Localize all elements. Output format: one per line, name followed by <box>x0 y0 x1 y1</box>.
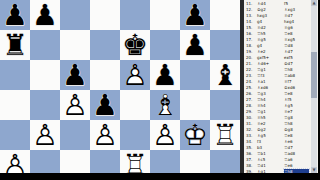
black-pawn-icon: ♟ <box>60 60 90 90</box>
square-c4[interactable]: ♟♙ <box>60 90 90 120</box>
square-h3[interactable]: ♜♖ <box>210 120 240 150</box>
square-f6[interactable] <box>150 30 180 60</box>
square-g7[interactable]: ♟ <box>180 0 210 30</box>
piece-body: ♜ <box>0 30 30 60</box>
black-king-icon: ♚ <box>120 30 150 60</box>
square-h6[interactable] <box>210 30 240 60</box>
square-g6[interactable]: ♟ <box>180 30 210 60</box>
black-pawn-icon: ♟ <box>0 0 30 30</box>
black-pawn-icon: ♟ <box>180 0 210 30</box>
square-f2[interactable] <box>150 150 180 173</box>
square-c6[interactable] <box>60 30 90 60</box>
move-list-scrollbar[interactable]: ▲ ▼ <box>311 0 317 173</box>
white-pawn-icon: ♟♙ <box>120 60 150 90</box>
square-h2[interactable] <box>210 150 240 173</box>
square-e6[interactable]: ♚ <box>120 30 150 60</box>
square-e7[interactable] <box>120 0 150 30</box>
black-pawn-icon: ♟ <box>150 60 180 90</box>
square-e3[interactable] <box>120 120 150 150</box>
square-d3[interactable]: ♟♙ <box>90 120 120 150</box>
square-g2[interactable] <box>180 150 210 173</box>
white-pawn-icon: ♟♙ <box>90 120 120 150</box>
piece-outline: ♔ <box>180 120 210 150</box>
piece-body: ♟ <box>0 0 30 30</box>
piece-outline: ♙ <box>90 120 120 150</box>
square-b6[interactable] <box>30 30 60 60</box>
piece-body: ♟ <box>60 60 90 90</box>
chess-board-viewport: ♟♟♟♜♚♟♟♟♙♟♝♟♙♟♝♗♟♙♟♙♟♙♚♔♜♖♟♙♜♖ <box>0 0 240 173</box>
square-e4[interactable] <box>120 90 150 120</box>
square-b2[interactable] <box>30 150 60 173</box>
square-a5[interactable] <box>0 60 30 90</box>
square-a7[interactable]: ♟ <box>0 0 30 30</box>
square-b3[interactable]: ♟♙ <box>30 120 60 150</box>
square-a6[interactable]: ♜ <box>0 30 30 60</box>
piece-body: ♚ <box>120 30 150 60</box>
piece-outline: ♙ <box>0 150 30 173</box>
black-rook-icon: ♜ <box>0 30 30 60</box>
white-pawn-icon: ♟♙ <box>0 150 30 173</box>
piece-outline: ♖ <box>120 150 150 173</box>
white-pawn-icon: ♟♙ <box>30 120 60 150</box>
square-d5[interactable] <box>90 60 120 90</box>
letterbox-bottom-bar <box>0 173 320 180</box>
move-list-panel: 11.♗d4f512.♔g2♗xg313.hxg3♕d714.g4hxg415.… <box>244 0 318 173</box>
white-king-icon: ♚♔ <box>180 120 210 150</box>
piece-body: ♟ <box>90 90 120 120</box>
square-h4[interactable] <box>210 90 240 120</box>
piece-body: ♟ <box>30 0 60 30</box>
piece-outline: ♗ <box>150 90 180 120</box>
square-g5[interactable] <box>180 60 210 90</box>
piece-outline: ♙ <box>30 120 60 150</box>
square-f5[interactable]: ♟ <box>150 60 180 90</box>
piece-outline: ♙ <box>60 90 90 120</box>
piece-body: ♝ <box>210 60 240 90</box>
square-c3[interactable] <box>60 120 90 150</box>
square-d4[interactable]: ♟ <box>90 90 120 120</box>
piece-body: ♟ <box>180 0 210 30</box>
square-b5[interactable] <box>30 60 60 90</box>
black-pawn-icon: ♟ <box>90 90 120 120</box>
square-d2[interactable] <box>90 150 120 173</box>
square-g4[interactable] <box>180 90 210 120</box>
piece-outline: ♖ <box>210 120 240 150</box>
piece-body: ♟ <box>150 60 180 90</box>
square-f7[interactable] <box>150 0 180 30</box>
square-c5[interactable]: ♟ <box>60 60 90 90</box>
scrollbar-thumb[interactable] <box>311 52 317 98</box>
square-f3[interactable]: ♟♙ <box>150 120 180 150</box>
square-a4[interactable] <box>0 90 30 120</box>
white-rook-icon: ♜♖ <box>210 120 240 150</box>
square-c2[interactable] <box>60 150 90 173</box>
square-a3[interactable] <box>0 120 30 150</box>
move-list: 11.♗d4f512.♔g2♗xg313.hxg3♕d714.g4hxg415.… <box>244 1 311 173</box>
scroll-up-icon[interactable]: ▲ <box>311 0 317 6</box>
square-h5[interactable]: ♝ <box>210 60 240 90</box>
white-pawn-icon: ♟♙ <box>60 90 90 120</box>
square-f4[interactable]: ♝♗ <box>150 90 180 120</box>
black-pawn-icon: ♟ <box>180 30 210 60</box>
square-g3[interactable]: ♚♔ <box>180 120 210 150</box>
piece-body: ♟ <box>180 30 210 60</box>
square-d7[interactable] <box>90 0 120 30</box>
chess-board: ♟♟♟♜♚♟♟♟♙♟♝♟♙♟♝♗♟♙♟♙♟♙♚♔♜♖♟♙♜♖ <box>0 0 240 173</box>
piece-outline: ♙ <box>120 60 150 90</box>
white-rook-icon: ♜♖ <box>120 150 150 173</box>
square-c7[interactable] <box>60 0 90 30</box>
square-e5[interactable]: ♟♙ <box>120 60 150 90</box>
white-pawn-icon: ♟♙ <box>150 120 180 150</box>
square-e2[interactable]: ♜♖ <box>120 150 150 173</box>
square-b7[interactable]: ♟ <box>30 0 60 30</box>
white-bishop-icon: ♝♗ <box>150 90 180 120</box>
square-d6[interactable] <box>90 30 120 60</box>
square-h7[interactable] <box>210 0 240 30</box>
piece-outline: ♙ <box>150 120 180 150</box>
black-bishop-icon: ♝ <box>210 60 240 90</box>
square-b4[interactable] <box>30 90 60 120</box>
square-a2[interactable]: ♟♙ <box>0 150 30 173</box>
black-pawn-icon: ♟ <box>30 0 60 30</box>
